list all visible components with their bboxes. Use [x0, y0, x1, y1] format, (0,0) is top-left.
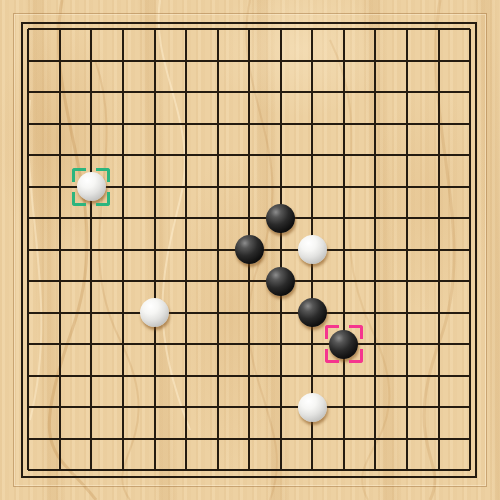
game-board[interactable]: [0, 0, 500, 500]
grid-line-vertical: [374, 29, 376, 470]
grid-line-vertical: [469, 29, 471, 470]
black-stone: [329, 330, 358, 359]
grid-line-horizontal: [28, 343, 470, 345]
black-stone: [298, 298, 327, 327]
white-stone: [140, 298, 169, 327]
white-stone: [77, 172, 106, 201]
grid-line-horizontal: [28, 280, 470, 282]
grid-line-horizontal: [28, 312, 470, 314]
white-stone: [298, 393, 327, 422]
grid-line-horizontal: [28, 438, 470, 440]
white-stone: [298, 235, 327, 264]
grid-line-vertical: [280, 29, 282, 470]
black-stone: [266, 204, 295, 233]
black-stone: [266, 267, 295, 296]
grid-line-vertical: [343, 29, 345, 470]
grid-line-vertical: [406, 29, 408, 470]
grid-line-horizontal: [28, 469, 470, 471]
grid-line-horizontal: [28, 375, 470, 377]
grid-line-vertical: [438, 29, 440, 470]
black-stone: [235, 235, 264, 264]
grid-line-horizontal: [28, 406, 470, 408]
